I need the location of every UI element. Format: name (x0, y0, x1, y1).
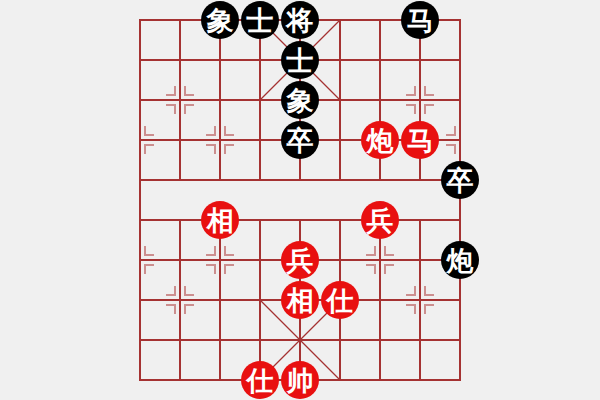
point-marker (366, 246, 375, 255)
point-marker (166, 105, 175, 114)
point-marker (166, 286, 175, 295)
piece-red-cannon[interactable]: 炮 (361, 121, 399, 159)
point-marker (206, 126, 215, 135)
piece-black-horse[interactable]: 马 (401, 1, 439, 39)
piece-black-soldier[interactable]: 卒 (281, 121, 319, 159)
piece-black-advisor[interactable]: 士 (241, 1, 279, 39)
point-marker (425, 105, 434, 114)
point-marker (225, 145, 234, 154)
point-marker (206, 246, 215, 255)
piece-red-soldier[interactable]: 兵 (361, 201, 399, 239)
point-marker (366, 265, 375, 274)
piece-red-advisor[interactable]: 仕 (241, 361, 279, 399)
point-marker (406, 305, 415, 314)
point-marker (446, 145, 455, 154)
piece-black-soldier[interactable]: 卒 (441, 161, 479, 199)
point-marker (425, 86, 434, 95)
point-marker (145, 126, 154, 135)
piece-red-horse[interactable]: 马 (401, 121, 439, 159)
piece-red-soldier[interactable]: 兵 (281, 241, 319, 279)
piece-black-elephant[interactable]: 象 (201, 1, 239, 39)
point-marker (185, 286, 194, 295)
point-marker (225, 265, 234, 274)
point-marker (206, 145, 215, 154)
point-marker (185, 86, 194, 95)
point-marker (385, 246, 394, 255)
point-marker (406, 286, 415, 295)
point-marker (225, 126, 234, 135)
point-marker (406, 86, 415, 95)
point-marker (406, 105, 415, 114)
point-marker (385, 265, 394, 274)
piece-black-advisor[interactable]: 士 (281, 41, 319, 79)
point-marker (166, 86, 175, 95)
point-marker (225, 246, 234, 255)
point-marker (206, 265, 215, 274)
piece-black-elephant[interactable]: 象 (281, 81, 319, 119)
point-marker (145, 145, 154, 154)
piece-red-elephant[interactable]: 相 (201, 201, 239, 239)
piece-black-cannon[interactable]: 炮 (441, 241, 479, 279)
point-marker (145, 246, 154, 255)
point-marker (425, 305, 434, 314)
point-marker (166, 305, 175, 314)
point-marker (185, 305, 194, 314)
point-marker (425, 286, 434, 295)
xiangqi-board: 象士将马士象卒炮马卒相兵兵炮相仕仕帅 (0, 0, 600, 400)
piece-red-advisor[interactable]: 仕 (321, 281, 359, 319)
piece-red-general[interactable]: 帅 (281, 361, 319, 399)
piece-red-elephant[interactable]: 相 (281, 281, 319, 319)
piece-black-general[interactable]: 将 (281, 1, 319, 39)
point-marker (446, 126, 455, 135)
point-marker (145, 265, 154, 274)
point-marker (185, 105, 194, 114)
